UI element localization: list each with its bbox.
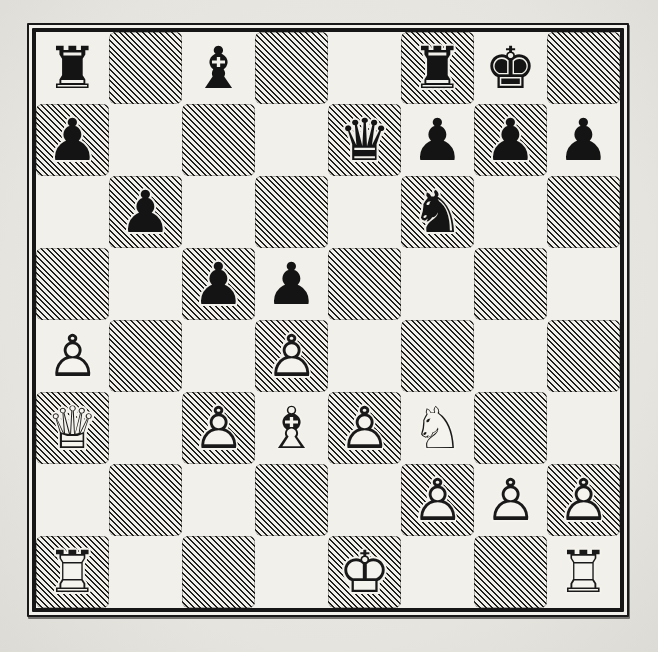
square-b8 [109, 32, 182, 104]
printed-chess-diagram-page: ♜♝♜♚♟♛♟♟♟♟♞♟♟♟♙♟♙♛♕♟♙♝♗♟♙♞♘♟♙♟♙♟♙♜♖♚♔♜♖ [0, 0, 658, 652]
white-pawn-outline: ♙ [412, 464, 464, 536]
white-pawn: ♟♙ [474, 464, 547, 536]
square-h4 [547, 320, 620, 392]
white-pawn-outline: ♙ [339, 392, 391, 464]
white-rook-outline: ♖ [558, 536, 610, 608]
square-h1: ♜♖ [547, 536, 620, 608]
square-h2: ♟♙ [547, 464, 620, 536]
white-bishop: ♝♗ [255, 392, 328, 464]
square-h8 [547, 32, 620, 104]
black-bishop: ♝ [182, 32, 255, 104]
black-knight-glyph: ♞ [412, 176, 464, 248]
black-bishop-glyph: ♝ [193, 32, 245, 104]
white-king: ♚♔ [328, 536, 401, 608]
square-a5 [36, 248, 109, 320]
square-h5 [547, 248, 620, 320]
square-h3 [547, 392, 620, 464]
square-h6 [547, 176, 620, 248]
white-pawn: ♟♙ [401, 464, 474, 536]
square-e4 [328, 320, 401, 392]
black-pawn: ♟ [474, 104, 547, 176]
chess-board: ♜♝♜♚♟♛♟♟♟♟♞♟♟♟♙♟♙♛♕♟♙♝♗♟♙♞♘♟♙♟♙♟♙♜♖♚♔♜♖ [36, 32, 620, 608]
square-d1 [255, 536, 328, 608]
black-pawn-glyph: ♟ [120, 176, 172, 248]
square-f7: ♟ [401, 104, 474, 176]
white-pawn: ♟♙ [255, 320, 328, 392]
black-rook: ♜ [401, 32, 474, 104]
white-knight: ♞♘ [401, 392, 474, 464]
black-rook: ♜ [36, 32, 109, 104]
square-f2: ♟♙ [401, 464, 474, 536]
square-b4 [109, 320, 182, 392]
white-rook: ♜♖ [547, 536, 620, 608]
square-d6 [255, 176, 328, 248]
board-inner-frame: ♜♝♜♚♟♛♟♟♟♟♞♟♟♟♙♟♙♛♕♟♙♝♗♟♙♞♘♟♙♟♙♟♙♜♖♚♔♜♖ [32, 28, 624, 612]
square-e5 [328, 248, 401, 320]
square-d2 [255, 464, 328, 536]
white-king-outline: ♔ [339, 536, 391, 608]
white-queen: ♛♕ [36, 392, 109, 464]
square-a2 [36, 464, 109, 536]
square-a3: ♛♕ [36, 392, 109, 464]
square-d5: ♟ [255, 248, 328, 320]
black-knight: ♞ [401, 176, 474, 248]
white-queen-outline: ♕ [47, 392, 99, 464]
square-f3: ♞♘ [401, 392, 474, 464]
square-a8: ♜ [36, 32, 109, 104]
white-pawn: ♟♙ [182, 392, 255, 464]
white-bishop-outline: ♗ [266, 392, 318, 464]
black-rook-glyph: ♜ [47, 32, 99, 104]
square-c2 [182, 464, 255, 536]
square-b1 [109, 536, 182, 608]
black-pawn-glyph: ♟ [266, 248, 318, 320]
square-e7: ♛ [328, 104, 401, 176]
square-b7 [109, 104, 182, 176]
black-pawn: ♟ [109, 176, 182, 248]
black-queen: ♛ [328, 104, 401, 176]
square-g2: ♟♙ [474, 464, 547, 536]
white-pawn-outline: ♙ [558, 464, 610, 536]
black-pawn-glyph: ♟ [193, 248, 245, 320]
square-e6 [328, 176, 401, 248]
black-king: ♚ [474, 32, 547, 104]
square-d4: ♟♙ [255, 320, 328, 392]
black-pawn: ♟ [255, 248, 328, 320]
square-e8 [328, 32, 401, 104]
white-pawn: ♟♙ [36, 320, 109, 392]
white-knight-outline: ♘ [412, 392, 464, 464]
white-pawn-outline: ♙ [485, 464, 537, 536]
square-e3: ♟♙ [328, 392, 401, 464]
square-f8: ♜ [401, 32, 474, 104]
square-d3: ♝♗ [255, 392, 328, 464]
square-e1: ♚♔ [328, 536, 401, 608]
square-c6 [182, 176, 255, 248]
white-rook: ♜♖ [36, 536, 109, 608]
square-c8: ♝ [182, 32, 255, 104]
square-b2 [109, 464, 182, 536]
square-a7: ♟ [36, 104, 109, 176]
black-pawn: ♟ [547, 104, 620, 176]
square-g6 [474, 176, 547, 248]
board-outer-frame: ♜♝♜♚♟♛♟♟♟♟♞♟♟♟♙♟♙♛♕♟♙♝♗♟♙♞♘♟♙♟♙♟♙♜♖♚♔♜♖ [27, 23, 629, 617]
black-king-glyph: ♚ [485, 32, 537, 104]
white-pawn: ♟♙ [328, 392, 401, 464]
black-pawn: ♟ [182, 248, 255, 320]
square-g1 [474, 536, 547, 608]
black-rook-glyph: ♜ [412, 32, 464, 104]
square-g4 [474, 320, 547, 392]
white-rook-outline: ♖ [47, 536, 99, 608]
square-f5 [401, 248, 474, 320]
black-pawn-glyph: ♟ [485, 104, 537, 176]
square-c1 [182, 536, 255, 608]
black-pawn-glyph: ♟ [412, 104, 464, 176]
square-d7 [255, 104, 328, 176]
square-f6: ♞ [401, 176, 474, 248]
square-a4: ♟♙ [36, 320, 109, 392]
square-f4 [401, 320, 474, 392]
square-e2 [328, 464, 401, 536]
square-b6: ♟ [109, 176, 182, 248]
white-pawn: ♟♙ [547, 464, 620, 536]
square-b5 [109, 248, 182, 320]
square-a6 [36, 176, 109, 248]
square-c7 [182, 104, 255, 176]
black-pawn-glyph: ♟ [47, 104, 99, 176]
black-pawn: ♟ [401, 104, 474, 176]
square-g5 [474, 248, 547, 320]
square-c4 [182, 320, 255, 392]
square-g7: ♟ [474, 104, 547, 176]
square-g8: ♚ [474, 32, 547, 104]
square-d8 [255, 32, 328, 104]
square-b3 [109, 392, 182, 464]
square-h7: ♟ [547, 104, 620, 176]
square-f1 [401, 536, 474, 608]
square-a1: ♜♖ [36, 536, 109, 608]
square-g3 [474, 392, 547, 464]
black-pawn-glyph: ♟ [558, 104, 610, 176]
black-queen-glyph: ♛ [339, 104, 391, 176]
white-pawn-outline: ♙ [47, 320, 99, 392]
black-pawn: ♟ [36, 104, 109, 176]
white-pawn-outline: ♙ [193, 392, 245, 464]
square-c3: ♟♙ [182, 392, 255, 464]
square-c5: ♟ [182, 248, 255, 320]
white-pawn-outline: ♙ [266, 320, 318, 392]
